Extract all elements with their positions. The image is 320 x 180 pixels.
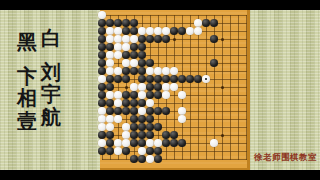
white-stone: [98, 75, 106, 83]
player-panel: 黑 卞 相 壹 白 刘 宇 航: [0, 10, 100, 170]
board-grid: [102, 15, 247, 160]
video-frame: 黑 卞 相 壹 白 刘 宇 航 徐老师围棋教室: [0, 0, 320, 180]
star-point: [221, 134, 224, 137]
black-stone: [98, 43, 106, 51]
white-stone: [114, 139, 122, 147]
white-stone: [146, 155, 154, 163]
black-stone: [98, 59, 106, 67]
white-stone: [170, 83, 178, 91]
table-background: 徐老师围棋教室: [250, 10, 320, 170]
black-stone: [170, 27, 178, 35]
black-stone: [138, 75, 146, 83]
black-stone: [138, 99, 146, 107]
black-stone: [98, 131, 106, 139]
white-stone: [138, 27, 146, 35]
black-stone: [122, 91, 130, 99]
black-stone: [122, 27, 130, 35]
white-stone: [146, 27, 154, 35]
white-stone: [106, 35, 114, 43]
white-stone: [122, 35, 130, 43]
white-stone: [162, 91, 170, 99]
black-stone: [194, 75, 202, 83]
white-stone: [138, 107, 146, 115]
white-stone: [122, 123, 130, 131]
white-stone: [178, 107, 186, 115]
white-stone: [178, 115, 186, 123]
white-stone: [106, 123, 114, 131]
black-stone: [98, 67, 106, 75]
white-stone: [138, 147, 146, 155]
white-stone: [146, 67, 154, 75]
black-stone: [162, 107, 170, 115]
black-stone: [114, 107, 122, 115]
black-stone: [138, 155, 146, 163]
black-stone: [130, 19, 138, 27]
black-stone: [106, 19, 114, 27]
black-stone: [154, 147, 162, 155]
black-stone: [146, 107, 154, 115]
black-stone: [178, 27, 186, 35]
black-stone: [138, 139, 146, 147]
black-stone: [130, 27, 138, 35]
black-stone: [154, 83, 162, 91]
black-stone: [162, 131, 170, 139]
black-stone: [122, 51, 130, 59]
black-stone: [210, 59, 218, 67]
black-stone: [98, 91, 106, 99]
white-stone: [106, 59, 114, 67]
black-stone: [146, 131, 154, 139]
black-stone: [106, 107, 114, 115]
black-stone: [130, 51, 138, 59]
white-stone: [194, 27, 202, 35]
white-stone: [178, 91, 186, 99]
star-point: [221, 86, 224, 89]
white-stone: [194, 19, 202, 27]
white-stone: [114, 91, 122, 99]
black-stone: [98, 19, 106, 27]
white-stone: [146, 99, 154, 107]
white-label: 白: [41, 27, 61, 50]
frame-content: 黑 卞 相 壹 白 刘 宇 航 徐老师围棋教室: [0, 10, 320, 170]
white-stone: [130, 83, 138, 91]
black-stone: [98, 35, 106, 43]
black-stone: [186, 75, 194, 83]
black-stone: [202, 19, 210, 27]
black-stone: [146, 59, 154, 67]
black-stone: [130, 43, 138, 51]
black-stone: [162, 35, 170, 43]
black-stone: [154, 75, 162, 83]
black-stone: [106, 147, 114, 155]
black-stone: [170, 139, 178, 147]
white-stone: [162, 83, 170, 91]
black-stone: [138, 131, 146, 139]
black-stone: [106, 43, 114, 51]
white-stone: [130, 59, 138, 67]
white-stone: [122, 43, 130, 51]
white-stone: [154, 139, 162, 147]
classroom-watermark: 徐老师围棋教室: [185, 152, 317, 164]
white-stone: [114, 43, 122, 51]
black-stone: [98, 27, 106, 35]
star-point: [173, 38, 176, 41]
white-stone: [146, 139, 154, 147]
black-stone: [122, 147, 130, 155]
black-label: 黑: [17, 31, 37, 54]
go-board: [100, 10, 250, 170]
star-point: [221, 38, 224, 41]
last-move-marker: [205, 78, 207, 80]
black-stone: [130, 67, 138, 75]
white-stone: [154, 67, 162, 75]
black-stone: [146, 35, 154, 43]
black-stone: [146, 147, 154, 155]
white-stone: [106, 115, 114, 123]
white-stone: [122, 59, 130, 67]
black-stone: [210, 19, 218, 27]
white-stone: [122, 131, 130, 139]
star-point: [125, 86, 128, 89]
white-stone: [98, 11, 106, 19]
black-stone: [130, 139, 138, 147]
black-stone: [138, 59, 146, 67]
black-stone: [138, 43, 146, 51]
black-stone: [138, 115, 146, 123]
black-stone: [146, 91, 154, 99]
black-stone: [106, 99, 114, 107]
white-stone: [138, 91, 146, 99]
black-stone: [178, 139, 186, 147]
letterbox-top: [0, 0, 320, 10]
black-stone: [106, 139, 114, 147]
black-stone: [154, 91, 162, 99]
black-stone: [130, 155, 138, 163]
black-stone: [114, 75, 122, 83]
black-stone: [178, 75, 186, 83]
white-stone: [162, 27, 170, 35]
white-stone: [114, 99, 122, 107]
black-stone: [122, 75, 130, 83]
white-stone: [154, 27, 162, 35]
black-stone: [210, 35, 218, 43]
white-stone: [162, 67, 170, 75]
white-stone: [210, 139, 218, 147]
white-stone: [98, 139, 106, 147]
black-stone: [130, 123, 138, 131]
white-stone: [98, 123, 106, 131]
black-stone: [154, 123, 162, 131]
white-stone-last-move: [202, 75, 210, 83]
white-stone: [114, 115, 122, 123]
black-stone: [122, 67, 130, 75]
black-stone: [114, 19, 122, 27]
black-stone: [138, 51, 146, 59]
black-stone: [122, 19, 130, 27]
black-stone: [98, 83, 106, 91]
black-stone: [130, 115, 138, 123]
white-stone: [98, 107, 106, 115]
black-stone: [130, 131, 138, 139]
black-stone: [162, 75, 170, 83]
black-stone: [130, 99, 138, 107]
black-stone: [170, 131, 178, 139]
white-stone: [106, 67, 114, 75]
white-stone: [106, 51, 114, 59]
black-stone: [146, 123, 154, 131]
black-stone: [98, 99, 106, 107]
black-stone: [154, 35, 162, 43]
black-stone: [106, 83, 114, 91]
white-player-name: 刘 宇 航: [41, 61, 61, 129]
white-stone: [114, 51, 122, 59]
black-player-column: 黑 卞 相 壹: [17, 31, 37, 132]
white-stone: [170, 67, 178, 75]
black-stone: [162, 139, 170, 147]
white-stone: [114, 27, 122, 35]
letterbox-bottom: [0, 170, 320, 180]
white-stone: [114, 67, 122, 75]
black-stone: [154, 155, 162, 163]
black-player-name: 卞 相 壹: [17, 65, 37, 133]
black-stone: [154, 107, 162, 115]
white-stone: [138, 83, 146, 91]
black-stone: [106, 75, 114, 83]
black-stone: [122, 99, 130, 107]
white-stone: [98, 115, 106, 123]
black-stone: [98, 147, 106, 155]
black-stone: [98, 51, 106, 59]
white-stone: [106, 27, 114, 35]
black-stone: [146, 115, 154, 123]
black-stone: [146, 75, 154, 83]
black-stone: [170, 75, 178, 83]
white-stone: [114, 147, 122, 155]
black-stone: [122, 107, 130, 115]
white-stone: [130, 35, 138, 43]
white-stone: [186, 27, 194, 35]
black-stone: [130, 107, 138, 115]
black-stone: [130, 91, 138, 99]
black-stone: [138, 67, 146, 75]
white-stone: [114, 35, 122, 43]
black-stone: [138, 35, 146, 43]
white-stone: [106, 91, 114, 99]
white-player-column: 白 刘 宇 航: [41, 27, 61, 128]
black-stone: [138, 123, 146, 131]
white-stone: [122, 139, 130, 147]
black-stone: [106, 131, 114, 139]
black-stone: [146, 83, 154, 91]
